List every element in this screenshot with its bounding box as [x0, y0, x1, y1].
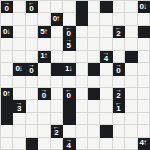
clue-number: 0 — [116, 67, 120, 74]
clue-number-and-arrow: ←0 — [28, 1, 35, 12]
black-cell — [76, 1, 88, 13]
white-cell[interactable] — [138, 38, 150, 50]
clue-number-and-arrow: ←0 — [65, 88, 72, 99]
clue-cell: 1↑ — [38, 51, 50, 63]
white-cell[interactable] — [113, 138, 125, 150]
clue-number-and-arrow: →0 — [115, 63, 122, 74]
clue-number-and-arrow: →0 — [3, 1, 10, 12]
clue-cell: ←0 — [26, 1, 38, 13]
white-cell[interactable] — [63, 125, 75, 137]
clue-number: 0 — [67, 92, 71, 99]
white-cell[interactable] — [38, 100, 50, 112]
yajilin-puzzle: →0←00↓0↑0↓5↑←0←2→51↑→40↓→01↓→00↑→0←0→2→3… — [0, 0, 150, 150]
white-cell[interactable] — [51, 113, 63, 125]
white-cell[interactable] — [76, 63, 88, 75]
white-cell[interactable] — [125, 138, 137, 150]
white-cell[interactable] — [88, 26, 100, 38]
clue-number-and-arrow: ←1 — [115, 101, 122, 112]
clue-cell: 5↑ — [38, 26, 50, 38]
clue-number-and-arrow: 0↓ — [15, 64, 21, 74]
black-cell — [88, 63, 100, 75]
white-cell[interactable] — [1, 13, 13, 25]
clue-cell: 0↓ — [1, 26, 13, 38]
white-cell[interactable] — [13, 138, 25, 150]
white-cell[interactable] — [13, 1, 25, 13]
white-cell[interactable] — [88, 100, 100, 112]
clue-number-and-arrow: →0 — [28, 63, 35, 74]
white-cell[interactable] — [26, 13, 38, 25]
black-cell — [100, 125, 112, 137]
white-cell[interactable] — [26, 26, 38, 38]
clue-cell: 0↑ — [1, 88, 13, 100]
clue-number-and-arrow: →3 — [16, 101, 23, 112]
white-cell[interactable] — [76, 113, 88, 125]
white-cell[interactable] — [125, 13, 137, 25]
clue-cell: →5 — [63, 38, 75, 50]
clue-number-and-arrow: 4↑ — [140, 138, 146, 148]
black-cell — [100, 1, 112, 13]
white-cell[interactable] — [113, 13, 125, 25]
clue-cell: ←0 — [63, 88, 75, 100]
clue-cell: →4 — [100, 51, 112, 63]
white-cell[interactable] — [138, 13, 150, 25]
white-cell[interactable] — [100, 138, 112, 150]
white-cell[interactable] — [1, 76, 13, 88]
white-cell[interactable] — [76, 51, 88, 63]
white-cell[interactable] — [88, 125, 100, 137]
clue-number-and-arrow: ←2 — [53, 125, 60, 136]
clue-number: 3 — [17, 105, 21, 112]
clue-cell: 4↑ — [138, 138, 150, 150]
white-cell[interactable] — [13, 125, 25, 137]
white-cell[interactable] — [26, 113, 38, 125]
white-cell[interactable] — [138, 76, 150, 88]
white-cell[interactable] — [125, 26, 137, 38]
white-cell[interactable] — [125, 76, 137, 88]
clue-number: 0 — [29, 5, 33, 12]
white-cell[interactable] — [51, 138, 63, 150]
white-cell[interactable] — [88, 76, 100, 88]
white-cell[interactable] — [38, 1, 50, 13]
clue-cell: ←2 — [51, 125, 63, 137]
black-cell — [51, 63, 63, 75]
clue-number: 4 — [104, 55, 108, 62]
white-cell[interactable] — [100, 13, 112, 25]
clue-number: 2 — [116, 30, 120, 37]
white-cell[interactable] — [88, 51, 100, 63]
clue-number: 0 — [29, 67, 33, 74]
white-cell[interactable] — [38, 113, 50, 125]
clue-cell: 0↑ — [51, 13, 63, 25]
clue-cell: ←2 — [113, 26, 125, 38]
clue-number-and-arrow: 0↓ — [3, 27, 9, 37]
clue-number-and-arrow: 1↑ — [40, 51, 46, 61]
white-cell[interactable] — [76, 76, 88, 88]
white-cell[interactable] — [1, 38, 13, 50]
white-cell[interactable] — [38, 38, 50, 50]
white-cell[interactable] — [100, 63, 112, 75]
white-cell[interactable] — [138, 100, 150, 112]
white-cell[interactable] — [100, 76, 112, 88]
white-cell[interactable] — [63, 51, 75, 63]
white-cell[interactable] — [113, 1, 125, 13]
clue-number-and-arrow: →4 — [103, 51, 110, 62]
white-cell[interactable] — [38, 76, 50, 88]
white-cell[interactable] — [138, 113, 150, 125]
white-cell[interactable] — [76, 26, 88, 38]
white-cell[interactable] — [13, 88, 25, 100]
white-cell[interactable] — [76, 125, 88, 137]
white-cell[interactable] — [88, 13, 100, 25]
black-cell — [76, 13, 88, 25]
clue-cell: →0 — [1, 1, 13, 13]
white-cell[interactable] — [13, 26, 25, 38]
white-cell[interactable] — [51, 1, 63, 13]
white-cell[interactable] — [113, 38, 125, 50]
clue-number-and-arrow: ←2 — [115, 26, 122, 37]
white-cell[interactable] — [125, 1, 137, 13]
white-cell[interactable] — [1, 138, 13, 150]
white-cell[interactable] — [38, 138, 50, 150]
clue-number: 0 — [67, 30, 71, 37]
white-cell[interactable] — [125, 88, 137, 100]
white-cell[interactable] — [100, 26, 112, 38]
clue-cell: 0↓ — [13, 63, 25, 75]
white-cell[interactable] — [125, 100, 137, 112]
white-cell[interactable] — [13, 13, 25, 25]
white-cell[interactable] — [113, 125, 125, 137]
clue-number-and-arrow: 0↑ — [53, 14, 59, 24]
white-cell[interactable] — [51, 88, 63, 100]
white-cell[interactable] — [125, 125, 137, 137]
clue-number-and-arrow: 0↓ — [140, 2, 146, 12]
white-cell[interactable] — [63, 1, 75, 13]
white-cell[interactable] — [38, 125, 50, 137]
white-cell[interactable] — [100, 38, 112, 50]
clue-number-and-arrow: →4 — [65, 138, 72, 149]
clue-number: 0 — [4, 5, 8, 12]
white-cell[interactable] — [100, 113, 112, 125]
clue-number-and-arrow: 0↑ — [3, 89, 9, 99]
black-cell — [138, 26, 150, 38]
white-cell[interactable] — [63, 76, 75, 88]
white-cell[interactable] — [63, 13, 75, 25]
white-cell[interactable] — [125, 38, 137, 50]
white-cell[interactable] — [51, 76, 63, 88]
white-cell[interactable] — [51, 51, 63, 63]
white-cell[interactable] — [1, 63, 13, 75]
white-cell[interactable] — [26, 76, 38, 88]
clue-cell: →0 — [26, 63, 38, 75]
white-cell[interactable] — [1, 125, 13, 137]
white-cell[interactable] — [26, 100, 38, 112]
white-cell[interactable] — [125, 113, 137, 125]
yajilin-board: →0←00↓0↑0↓5↑←0←2→51↑→40↓→01↓→00↑→0←0→2→3… — [0, 0, 150, 150]
white-cell[interactable] — [26, 51, 38, 63]
clue-cell: →2 — [113, 88, 125, 100]
clue-number: 4 — [67, 142, 71, 149]
clue-number: 1 — [116, 105, 120, 112]
clue-cell: ←1 — [113, 100, 125, 112]
white-cell[interactable] — [88, 1, 100, 13]
white-cell[interactable] — [100, 88, 112, 100]
white-cell[interactable] — [138, 125, 150, 137]
white-cell[interactable] — [13, 113, 25, 125]
white-cell[interactable] — [51, 26, 63, 38]
white-cell[interactable] — [100, 100, 112, 112]
white-cell[interactable] — [26, 125, 38, 137]
white-cell[interactable] — [26, 38, 38, 50]
clue-cell: 0↓ — [138, 1, 150, 13]
clue-cell: →0 — [113, 63, 125, 75]
white-cell[interactable] — [88, 38, 100, 50]
white-cell[interactable] — [38, 13, 50, 25]
clue-number: 2 — [116, 92, 120, 99]
white-cell[interactable] — [76, 138, 88, 150]
white-cell[interactable] — [113, 113, 125, 125]
black-cell — [63, 100, 75, 112]
black-cell — [125, 51, 137, 63]
black-cell — [1, 100, 13, 112]
white-cell[interactable] — [51, 38, 63, 50]
white-cell[interactable] — [1, 51, 13, 63]
white-cell[interactable] — [125, 63, 137, 75]
clue-cell: ←0 — [63, 26, 75, 38]
white-cell[interactable] — [113, 51, 125, 63]
white-cell[interactable] — [13, 76, 25, 88]
clue-number-and-arrow: 1↓ — [65, 64, 71, 74]
clue-number-and-arrow: →5 — [65, 38, 72, 49]
white-cell[interactable] — [13, 51, 25, 63]
clue-number: 2 — [54, 129, 58, 136]
clue-number-and-arrow: ←0 — [65, 26, 72, 37]
clue-number-and-arrow: →0 — [40, 88, 47, 99]
white-cell[interactable] — [76, 100, 88, 112]
clue-number: 0 — [42, 92, 46, 99]
white-cell[interactable] — [51, 100, 63, 112]
clue-number: 5 — [67, 42, 71, 49]
black-cell — [88, 88, 100, 100]
white-cell[interactable] — [38, 63, 50, 75]
white-cell[interactable] — [138, 63, 150, 75]
white-cell[interactable] — [138, 51, 150, 63]
black-cell — [63, 113, 75, 125]
clue-cell: →4 — [63, 138, 75, 150]
white-cell[interactable] — [26, 88, 38, 100]
clue-cell: →0 — [38, 88, 50, 100]
white-cell[interactable] — [113, 76, 125, 88]
black-cell — [26, 138, 38, 150]
white-cell[interactable] — [88, 138, 100, 150]
white-cell[interactable] — [138, 88, 150, 100]
white-cell[interactable] — [76, 88, 88, 100]
clue-cell: →3 — [13, 100, 25, 112]
white-cell[interactable] — [76, 38, 88, 50]
clue-cell: 1↓ — [63, 63, 75, 75]
clue-number-and-arrow: 5↑ — [40, 27, 46, 37]
clue-number-and-arrow: →2 — [115, 88, 122, 99]
white-cell[interactable] — [13, 38, 25, 50]
white-cell[interactable] — [88, 113, 100, 125]
black-cell — [1, 113, 13, 125]
